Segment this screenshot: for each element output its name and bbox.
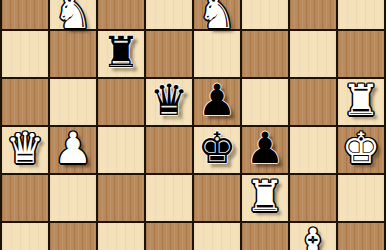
square-d2[interactable] <box>146 223 192 250</box>
square-c4[interactable] <box>98 127 144 173</box>
white-pawn[interactable]: ♟ <box>54 127 93 170</box>
square-g7[interactable] <box>290 0 336 29</box>
square-g5[interactable] <box>290 79 336 125</box>
square-c2[interactable] <box>98 223 144 250</box>
square-h2[interactable] <box>338 223 384 250</box>
square-b4[interactable]: ♟ <box>50 127 96 173</box>
square-d6[interactable] <box>146 31 192 77</box>
white-rook[interactable]: ♜ <box>342 79 381 122</box>
square-e4[interactable]: ♚ <box>194 127 240 173</box>
square-f2[interactable] <box>242 223 288 250</box>
square-b7[interactable]: ♞ <box>50 0 96 29</box>
white-king[interactable]: ♚ <box>342 127 381 170</box>
square-c7[interactable] <box>98 0 144 29</box>
square-h7[interactable] <box>338 0 384 29</box>
square-a6[interactable] <box>2 31 48 77</box>
black-queen[interactable]: ♛ <box>150 79 189 122</box>
square-e7[interactable]: ♞ <box>194 0 240 29</box>
black-pawn[interactable]: ♟ <box>198 79 237 122</box>
square-b5[interactable] <box>50 79 96 125</box>
square-d3[interactable] <box>146 175 192 221</box>
square-c5[interactable] <box>98 79 144 125</box>
black-rook[interactable]: ♜ <box>102 31 141 74</box>
square-f4[interactable]: ♟ <box>242 127 288 173</box>
square-e2[interactable] <box>194 223 240 250</box>
square-g6[interactable] <box>290 31 336 77</box>
square-b2[interactable] <box>50 223 96 250</box>
white-queen[interactable]: ♛ <box>6 127 45 170</box>
square-f3[interactable]: ♜ <box>242 175 288 221</box>
square-h4[interactable]: ♚ <box>338 127 384 173</box>
square-d7[interactable] <box>146 0 192 29</box>
square-g4[interactable] <box>290 127 336 173</box>
square-c3[interactable] <box>98 175 144 221</box>
square-b3[interactable] <box>50 175 96 221</box>
square-f7[interactable] <box>242 0 288 29</box>
white-bishop[interactable]: ♝ <box>294 223 333 250</box>
chess-board: ♞♞♜♛♟♜♛♟♚♟♚♜♝ <box>0 0 386 250</box>
square-g2[interactable]: ♝ <box>290 223 336 250</box>
square-c6[interactable]: ♜ <box>98 31 144 77</box>
square-a3[interactable] <box>2 175 48 221</box>
chess-board-screenshot: ♞♞♜♛♟♜♛♟♚♟♚♜♝ <box>0 0 386 250</box>
square-a7[interactable] <box>2 0 48 29</box>
white-knight[interactable]: ♞ <box>54 0 93 35</box>
square-h5[interactable]: ♜ <box>338 79 384 125</box>
square-e5[interactable]: ♟ <box>194 79 240 125</box>
square-d5[interactable]: ♛ <box>146 79 192 125</box>
square-h3[interactable] <box>338 175 384 221</box>
square-f6[interactable] <box>242 31 288 77</box>
white-rook[interactable]: ♜ <box>246 175 285 218</box>
white-knight[interactable]: ♞ <box>198 0 237 35</box>
square-a2[interactable] <box>2 223 48 250</box>
square-f5[interactable] <box>242 79 288 125</box>
square-h6[interactable] <box>338 31 384 77</box>
square-d4[interactable] <box>146 127 192 173</box>
square-a4[interactable]: ♛ <box>2 127 48 173</box>
square-e3[interactable] <box>194 175 240 221</box>
black-pawn[interactable]: ♟ <box>246 127 285 170</box>
black-king[interactable]: ♚ <box>198 127 237 170</box>
square-g3[interactable] <box>290 175 336 221</box>
square-a5[interactable] <box>2 79 48 125</box>
